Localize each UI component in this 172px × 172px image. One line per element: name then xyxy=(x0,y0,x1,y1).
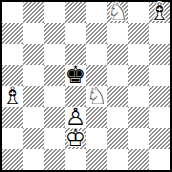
white-bishop-piece[interactable]: ♝♗ xyxy=(149,2,170,23)
square-h4[interactable] xyxy=(149,86,170,107)
square-a4[interactable]: ♝♗ xyxy=(2,86,23,107)
square-b3[interactable] xyxy=(23,107,44,128)
square-a6[interactable] xyxy=(2,44,23,65)
square-f6[interactable] xyxy=(107,44,128,65)
black-king-piece[interactable]: ♚♚ xyxy=(65,65,86,86)
square-f2[interactable] xyxy=(107,128,128,149)
square-c5[interactable] xyxy=(44,65,65,86)
square-e8[interactable] xyxy=(86,2,107,23)
square-f1[interactable] xyxy=(107,149,128,170)
chess-board: ♞♘♝♗♚♚♝♗♞♘♟♙♚♔ xyxy=(0,0,172,172)
square-b7[interactable] xyxy=(23,23,44,44)
square-c8[interactable] xyxy=(44,2,65,23)
square-d8[interactable] xyxy=(65,2,86,23)
square-f4[interactable] xyxy=(107,86,128,107)
square-d7[interactable] xyxy=(65,23,86,44)
square-h3[interactable] xyxy=(149,107,170,128)
square-d5[interactable]: ♚♚ xyxy=(65,65,86,86)
square-g5[interactable] xyxy=(128,65,149,86)
piece-glyph: ♗ xyxy=(149,2,170,23)
square-a7[interactable] xyxy=(2,23,23,44)
square-c6[interactable] xyxy=(44,44,65,65)
square-a8[interactable] xyxy=(2,2,23,23)
square-h2[interactable] xyxy=(149,128,170,149)
white-bishop-piece[interactable]: ♝♗ xyxy=(2,86,23,107)
piece-glyph: ♘ xyxy=(86,86,107,107)
square-b6[interactable] xyxy=(23,44,44,65)
piece-glyph: ♔ xyxy=(65,128,86,149)
piece-glyph: ♗ xyxy=(2,86,23,107)
piece-glyph: ♘ xyxy=(107,2,128,23)
square-g1[interactable] xyxy=(128,149,149,170)
square-g8[interactable] xyxy=(128,2,149,23)
square-f3[interactable] xyxy=(107,107,128,128)
square-e1[interactable] xyxy=(86,149,107,170)
square-f7[interactable] xyxy=(107,23,128,44)
square-a1[interactable] xyxy=(2,149,23,170)
square-b1[interactable] xyxy=(23,149,44,170)
white-knight-piece[interactable]: ♞♘ xyxy=(107,2,128,23)
square-g2[interactable] xyxy=(128,128,149,149)
square-e3[interactable] xyxy=(86,107,107,128)
square-e6[interactable] xyxy=(86,44,107,65)
square-f8[interactable]: ♞♘ xyxy=(107,2,128,23)
square-b4[interactable] xyxy=(23,86,44,107)
square-h1[interactable] xyxy=(149,149,170,170)
square-e2[interactable] xyxy=(86,128,107,149)
square-g6[interactable] xyxy=(128,44,149,65)
square-e4[interactable]: ♞♘ xyxy=(86,86,107,107)
square-c1[interactable] xyxy=(44,149,65,170)
white-king-piece[interactable]: ♚♔ xyxy=(65,128,86,149)
square-e7[interactable] xyxy=(86,23,107,44)
square-d2[interactable]: ♚♔ xyxy=(65,128,86,149)
square-f5[interactable] xyxy=(107,65,128,86)
square-g7[interactable] xyxy=(128,23,149,44)
square-g4[interactable] xyxy=(128,86,149,107)
square-d1[interactable] xyxy=(65,149,86,170)
piece-glyph: ♚ xyxy=(65,65,86,86)
square-h6[interactable] xyxy=(149,44,170,65)
square-c3[interactable] xyxy=(44,107,65,128)
square-h7[interactable] xyxy=(149,23,170,44)
square-h5[interactable] xyxy=(149,65,170,86)
square-c4[interactable] xyxy=(44,86,65,107)
square-c7[interactable] xyxy=(44,23,65,44)
square-b2[interactable] xyxy=(23,128,44,149)
square-b5[interactable] xyxy=(23,65,44,86)
square-a2[interactable] xyxy=(2,128,23,149)
square-g3[interactable] xyxy=(128,107,149,128)
square-b8[interactable] xyxy=(23,2,44,23)
square-c2[interactable] xyxy=(44,128,65,149)
square-a3[interactable] xyxy=(2,107,23,128)
white-knight-piece[interactable]: ♞♘ xyxy=(86,86,107,107)
square-h8[interactable]: ♝♗ xyxy=(149,2,170,23)
